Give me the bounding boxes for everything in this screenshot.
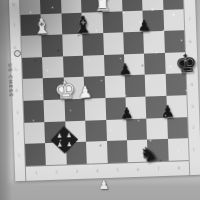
square-g3 xyxy=(146,96,167,118)
logo-pawn-icon: ♟ xyxy=(57,142,63,148)
file-label-6: 6 xyxy=(137,167,140,172)
square-a3 xyxy=(24,100,45,122)
square-d5 xyxy=(83,55,104,77)
file-label-4: 4 xyxy=(96,168,99,173)
square-a8 xyxy=(20,0,41,14)
square-e5 xyxy=(104,54,125,76)
logo-pawn-icon: ♟ xyxy=(67,141,73,147)
square-h7 xyxy=(163,9,184,31)
rank-label-3: 3 xyxy=(191,104,194,109)
square-b7 xyxy=(41,13,62,35)
square-c3 xyxy=(64,99,85,121)
chess-board: US CHESS 87654321 87654321 12345678 ♜♝♝♟… xyxy=(9,0,200,181)
square-f3 xyxy=(125,97,146,119)
photo-grain xyxy=(0,0,1,1)
square-h5 xyxy=(165,52,186,74)
square-f2 xyxy=(126,118,147,140)
board-squares xyxy=(20,0,189,166)
logo-pawn-icon: ♟ xyxy=(66,132,72,138)
file-label-2: 2 xyxy=(55,169,58,174)
square-h4 xyxy=(165,74,186,96)
square-a7 xyxy=(21,14,42,36)
square-h1 xyxy=(168,138,189,160)
logo-pawn-icon: ♟ xyxy=(57,132,63,138)
rank-label-7: 7 xyxy=(13,23,16,28)
file-label-7: 7 xyxy=(157,166,160,171)
square-g5 xyxy=(144,53,165,75)
square-g6 xyxy=(144,31,165,53)
rank-label-5: 5 xyxy=(189,61,192,66)
square-h2 xyxy=(167,117,188,139)
captured-white-pawn: ♟ xyxy=(99,179,110,191)
square-e4 xyxy=(104,76,125,98)
square-b8 xyxy=(40,0,61,14)
square-f6 xyxy=(123,32,144,54)
square-d4 xyxy=(84,76,105,98)
rank-label-6: 6 xyxy=(189,39,192,44)
square-c4 xyxy=(64,77,85,99)
square-f5 xyxy=(124,53,145,75)
square-d3 xyxy=(85,98,106,120)
square-h3 xyxy=(166,95,187,117)
square-c8 xyxy=(61,0,82,13)
square-h6 xyxy=(164,30,185,52)
square-e2 xyxy=(106,119,127,141)
square-b4 xyxy=(43,78,64,100)
rank-label-1: 1 xyxy=(17,153,20,158)
file-label-3: 3 xyxy=(75,169,78,174)
rank-label-5: 5 xyxy=(14,67,17,72)
rank-label-2: 2 xyxy=(17,131,20,136)
square-a5 xyxy=(22,57,43,79)
rank-label-6: 6 xyxy=(14,45,17,50)
rank-label-1: 1 xyxy=(192,147,195,152)
diamond-pawns-icon: ♟♟♟♟ xyxy=(55,130,75,150)
square-f8 xyxy=(122,0,143,11)
square-a4 xyxy=(23,79,44,101)
rank-label-7: 7 xyxy=(188,17,191,22)
square-c6 xyxy=(62,34,83,56)
rank-label-3: 3 xyxy=(16,110,19,115)
square-a2 xyxy=(24,122,45,144)
square-g2 xyxy=(147,117,168,139)
square-b3 xyxy=(44,99,65,121)
square-d7 xyxy=(82,12,103,34)
square-e8 xyxy=(101,0,122,12)
square-g4 xyxy=(145,74,166,96)
square-g1 xyxy=(147,139,168,161)
square-a1 xyxy=(25,143,46,165)
square-a6 xyxy=(21,35,42,57)
square-f4 xyxy=(125,75,146,97)
square-f7 xyxy=(122,10,143,32)
square-c7 xyxy=(61,12,82,34)
square-e1 xyxy=(107,140,128,162)
rank-label-4: 4 xyxy=(190,82,193,87)
photo-of-chess-position: US CHESS 87654321 87654321 12345678 ♜♝♝♟… xyxy=(0,0,200,200)
square-d6 xyxy=(82,33,103,55)
square-d1 xyxy=(86,141,107,163)
square-e3 xyxy=(105,97,126,119)
rank-label-8: 8 xyxy=(187,0,190,1)
rank-label-2: 2 xyxy=(192,125,195,130)
file-label-1: 1 xyxy=(35,170,38,175)
square-b5 xyxy=(42,56,63,78)
file-label-8: 8 xyxy=(177,165,180,170)
square-d8 xyxy=(81,0,102,12)
rank-label-4: 4 xyxy=(15,88,18,93)
square-d2 xyxy=(85,120,106,142)
square-g7 xyxy=(143,10,164,32)
square-f1 xyxy=(127,140,148,162)
square-b6 xyxy=(42,35,63,57)
square-c5 xyxy=(63,56,84,78)
square-e7 xyxy=(102,11,123,33)
square-e6 xyxy=(103,33,124,55)
rank-label-8: 8 xyxy=(12,2,15,7)
file-label-5: 5 xyxy=(116,167,119,172)
